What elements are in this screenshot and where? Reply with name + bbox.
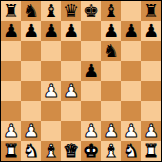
- square-a8[interactable]: ♜: [1, 1, 21, 21]
- square-b1[interactable]: ♞: [21, 141, 41, 161]
- square-b6[interactable]: [21, 41, 41, 61]
- square-f3[interactable]: [101, 101, 121, 121]
- square-h7[interactable]: ♟: [141, 21, 161, 41]
- piece-black-knight[interactable]: ♞: [23, 1, 39, 21]
- square-e6[interactable]: [81, 41, 101, 61]
- square-d4[interactable]: ♟: [61, 81, 81, 101]
- square-c7[interactable]: ♟: [41, 21, 61, 41]
- square-d5[interactable]: [61, 61, 81, 81]
- piece-black-pawn[interactable]: ♟: [83, 61, 99, 81]
- piece-white-rook[interactable]: ♜: [143, 141, 159, 161]
- square-d6[interactable]: [61, 41, 81, 61]
- square-d2[interactable]: [61, 121, 81, 141]
- square-h2[interactable]: ♟: [141, 121, 161, 141]
- piece-white-pawn[interactable]: ♟: [143, 121, 159, 141]
- piece-black-rook[interactable]: ♜: [3, 1, 19, 21]
- piece-black-bishop[interactable]: ♝: [43, 1, 59, 21]
- square-c1[interactable]: ♝: [41, 141, 61, 161]
- square-c6[interactable]: [41, 41, 61, 61]
- piece-black-pawn[interactable]: ♟: [143, 21, 159, 41]
- square-c4[interactable]: ♟: [41, 81, 61, 101]
- square-f7[interactable]: ♟: [101, 21, 121, 41]
- piece-black-knight[interactable]: ♞: [103, 41, 119, 61]
- square-f5[interactable]: [101, 61, 121, 81]
- square-g5[interactable]: [121, 61, 141, 81]
- piece-white-bishop[interactable]: ♝: [43, 141, 59, 161]
- square-d8[interactable]: ♛: [61, 1, 81, 21]
- piece-black-bishop[interactable]: ♝: [103, 1, 119, 21]
- square-e8[interactable]: ♚: [81, 1, 101, 21]
- piece-white-pawn[interactable]: ♟: [103, 121, 119, 141]
- piece-white-king[interactable]: ♚: [83, 141, 99, 161]
- square-e5[interactable]: ♟: [81, 61, 101, 81]
- square-g2[interactable]: ♟: [121, 121, 141, 141]
- square-c2[interactable]: [41, 121, 61, 141]
- square-d1[interactable]: ♛: [61, 141, 81, 161]
- square-f2[interactable]: ♟: [101, 121, 121, 141]
- piece-white-pawn[interactable]: ♟: [83, 121, 99, 141]
- square-h3[interactable]: [141, 101, 161, 121]
- square-a5[interactable]: [1, 61, 21, 81]
- square-b3[interactable]: [21, 101, 41, 121]
- piece-white-knight[interactable]: ♞: [23, 141, 39, 161]
- piece-white-pawn[interactable]: ♟: [3, 121, 19, 141]
- square-g3[interactable]: [121, 101, 141, 121]
- piece-black-pawn[interactable]: ♟: [43, 21, 59, 41]
- piece-black-pawn[interactable]: ♟: [23, 21, 39, 41]
- square-a3[interactable]: [1, 101, 21, 121]
- square-d3[interactable]: [61, 101, 81, 121]
- square-g7[interactable]: ♟: [121, 21, 141, 41]
- square-h6[interactable]: [141, 41, 161, 61]
- chess-board: ♜♞♝♛♚♝♜♟♟♟♟♟♟♟♞♟♟♟♟♟♟♟♟♟♜♞♝♛♚♝♞♜: [0, 0, 162, 162]
- square-b4[interactable]: [21, 81, 41, 101]
- square-f1[interactable]: ♝: [101, 141, 121, 161]
- square-h4[interactable]: [141, 81, 161, 101]
- piece-white-knight[interactable]: ♞: [123, 141, 139, 161]
- square-a7[interactable]: ♟: [1, 21, 21, 41]
- piece-black-queen[interactable]: ♛: [63, 1, 79, 21]
- square-b2[interactable]: ♟: [21, 121, 41, 141]
- square-a1[interactable]: ♜: [1, 141, 21, 161]
- square-f6[interactable]: ♞: [101, 41, 121, 61]
- piece-white-pawn[interactable]: ♟: [23, 121, 39, 141]
- square-g1[interactable]: ♞: [121, 141, 141, 161]
- square-e7[interactable]: [81, 21, 101, 41]
- square-f4[interactable]: [101, 81, 121, 101]
- square-f8[interactable]: ♝: [101, 1, 121, 21]
- piece-black-king[interactable]: ♚: [83, 1, 99, 21]
- square-a4[interactable]: [1, 81, 21, 101]
- square-h1[interactable]: ♜: [141, 141, 161, 161]
- square-b7[interactable]: ♟: [21, 21, 41, 41]
- piece-white-pawn[interactable]: ♟: [63, 81, 79, 101]
- piece-white-bishop[interactable]: ♝: [103, 141, 119, 161]
- square-e1[interactable]: ♚: [81, 141, 101, 161]
- piece-black-pawn[interactable]: ♟: [123, 21, 139, 41]
- piece-white-queen[interactable]: ♛: [63, 141, 79, 161]
- square-g4[interactable]: [121, 81, 141, 101]
- piece-black-rook[interactable]: ♜: [143, 1, 159, 21]
- square-b8[interactable]: ♞: [21, 1, 41, 21]
- square-a6[interactable]: [1, 41, 21, 61]
- square-g8[interactable]: [121, 1, 141, 21]
- piece-black-pawn[interactable]: ♟: [63, 21, 79, 41]
- square-c5[interactable]: [41, 61, 61, 81]
- piece-black-pawn[interactable]: ♟: [103, 21, 119, 41]
- square-c8[interactable]: ♝: [41, 1, 61, 21]
- square-d7[interactable]: ♟: [61, 21, 81, 41]
- piece-white-rook[interactable]: ♜: [3, 141, 19, 161]
- square-b5[interactable]: [21, 61, 41, 81]
- square-h5[interactable]: [141, 61, 161, 81]
- square-h8[interactable]: ♜: [141, 1, 161, 21]
- square-e3[interactable]: [81, 101, 101, 121]
- piece-white-pawn[interactable]: ♟: [43, 81, 59, 101]
- square-a2[interactable]: ♟: [1, 121, 21, 141]
- square-e4[interactable]: [81, 81, 101, 101]
- piece-white-pawn[interactable]: ♟: [123, 121, 139, 141]
- square-e2[interactable]: ♟: [81, 121, 101, 141]
- piece-black-pawn[interactable]: ♟: [3, 21, 19, 41]
- square-c3[interactable]: [41, 101, 61, 121]
- square-g6[interactable]: [121, 41, 141, 61]
